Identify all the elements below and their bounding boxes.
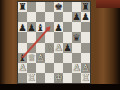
chess-piece-black-bishop-a3[interactable]: ♝ bbox=[18, 52, 27, 62]
chess-piece-black-queen-g5[interactable]: ♛ bbox=[72, 32, 81, 42]
board-square-b4[interactable] bbox=[27, 43, 36, 53]
chess-piece-black-pawn-e6[interactable]: ♟ bbox=[54, 22, 63, 32]
board-square-h6[interactable] bbox=[81, 22, 90, 32]
board-square-d4[interactable]: ♘ bbox=[45, 43, 54, 53]
board-square-e4[interactable]: ♙ bbox=[54, 43, 63, 53]
board-square-b2[interactable] bbox=[27, 63, 36, 73]
board-square-c4[interactable] bbox=[36, 43, 45, 53]
board-square-b3[interactable]: ♕ bbox=[27, 53, 36, 63]
board-square-f7[interactable] bbox=[63, 12, 72, 22]
board-square-e3[interactable] bbox=[54, 53, 63, 63]
board-square-c6[interactable]: ♝ bbox=[36, 22, 45, 32]
board-square-e1[interactable]: ♔ bbox=[54, 73, 63, 83]
board-square-f5[interactable] bbox=[63, 32, 72, 42]
chess-piece-white-pawn-a2[interactable]: ♙ bbox=[18, 63, 27, 73]
board-square-c7[interactable] bbox=[36, 12, 45, 22]
board-square-b1[interactable]: ♖ bbox=[27, 73, 36, 83]
board-square-c2[interactable] bbox=[36, 63, 45, 73]
chess-piece-white-rook-h1[interactable]: ♖ bbox=[81, 73, 90, 83]
chess-piece-white-queen-b3[interactable]: ♕ bbox=[27, 52, 36, 62]
chess-piece-black-pawn-g7[interactable]: ♟ bbox=[72, 12, 81, 22]
board-square-h2[interactable]: ♙ bbox=[81, 63, 90, 73]
chess-piece-black-king-e8[interactable]: ♚ bbox=[54, 2, 63, 12]
board-square-c8[interactable] bbox=[36, 2, 45, 12]
board-square-f1[interactable] bbox=[63, 73, 72, 83]
board-square-f8[interactable] bbox=[63, 2, 72, 12]
board-square-a7[interactable] bbox=[18, 12, 27, 22]
board-square-a6[interactable]: ♟ bbox=[18, 22, 27, 32]
board-square-d1[interactable] bbox=[45, 73, 54, 83]
board-square-e5[interactable] bbox=[54, 32, 63, 42]
board-square-h5[interactable] bbox=[81, 32, 90, 42]
chess-piece-white-pawn-e4[interactable]: ♙ bbox=[54, 42, 63, 52]
chess-piece-black-pawn-h7[interactable]: ♟ bbox=[81, 12, 90, 22]
board-square-e7[interactable] bbox=[54, 12, 63, 22]
board-square-g1[interactable] bbox=[72, 73, 81, 83]
board-square-h7[interactable]: ♟ bbox=[81, 12, 90, 22]
background-object bbox=[96, 0, 120, 8]
chess-piece-black-pawn-b6[interactable]: ♟ bbox=[27, 22, 36, 32]
board-square-f6[interactable] bbox=[63, 22, 72, 32]
chess-piece-black-rook-h8[interactable]: ♜ bbox=[81, 2, 90, 12]
board-square-e2[interactable] bbox=[54, 63, 63, 73]
board-square-g8[interactable] bbox=[72, 2, 81, 12]
board-square-e6[interactable]: ♟ bbox=[54, 22, 63, 32]
chess-piece-white-pawn-c3[interactable]: ♙ bbox=[36, 52, 45, 62]
letterbox-bar bbox=[0, 84, 120, 90]
chess-piece-white-pawn-g2[interactable]: ♙ bbox=[72, 63, 81, 73]
board-square-h3[interactable] bbox=[81, 53, 90, 63]
board-square-g3[interactable] bbox=[72, 53, 81, 63]
board-square-g6[interactable] bbox=[72, 22, 81, 32]
board-square-g5[interactable]: ♛ bbox=[72, 32, 81, 42]
board-square-d6[interactable] bbox=[45, 22, 54, 32]
board-square-d3[interactable] bbox=[45, 53, 54, 63]
board-square-c5[interactable] bbox=[36, 32, 45, 42]
chess-piece-white-king-e1[interactable]: ♔ bbox=[54, 73, 63, 83]
board-square-b5[interactable] bbox=[27, 32, 36, 42]
chess-piece-black-pawn-f4[interactable]: ♟ bbox=[63, 42, 72, 52]
board-square-f3[interactable] bbox=[63, 53, 72, 63]
chess-piece-black-rook-a8[interactable]: ♜ bbox=[18, 2, 27, 12]
board-square-a2[interactable]: ♙ bbox=[18, 63, 27, 73]
board-square-a8[interactable]: ♜ bbox=[18, 2, 27, 12]
board-square-g4[interactable] bbox=[72, 43, 81, 53]
board-square-b8[interactable] bbox=[27, 2, 36, 12]
board-square-f2[interactable] bbox=[63, 63, 72, 73]
video-frame: ♜♚♜♟♟♟♟♝♟♛♘♙♟♝♕♙♙♙♙♖♔♖ bbox=[0, 0, 120, 90]
board-square-a1[interactable] bbox=[18, 73, 27, 83]
chess-piece-black-bishop-c6[interactable]: ♝ bbox=[36, 22, 45, 32]
board-square-g2[interactable]: ♙ bbox=[72, 63, 81, 73]
board-square-d2[interactable] bbox=[45, 63, 54, 73]
board-square-g7[interactable]: ♟ bbox=[72, 12, 81, 22]
board-square-f4[interactable]: ♟ bbox=[63, 43, 72, 53]
chess-piece-black-pawn-a6[interactable]: ♟ bbox=[18, 22, 27, 32]
board-square-h1[interactable]: ♖ bbox=[81, 73, 90, 83]
board-square-d7[interactable] bbox=[45, 12, 54, 22]
board-square-h8[interactable]: ♜ bbox=[81, 2, 90, 12]
chessboard[interactable]: ♜♚♜♟♟♟♟♝♟♛♘♙♟♝♕♙♙♙♙♖♔♖ bbox=[18, 2, 90, 83]
board-square-c1[interactable] bbox=[36, 73, 45, 83]
board-square-h4[interactable] bbox=[81, 43, 90, 53]
board-square-b7[interactable] bbox=[27, 12, 36, 22]
board-square-d8[interactable] bbox=[45, 2, 54, 12]
chess-piece-white-knight-d4[interactable]: ♘ bbox=[45, 42, 54, 52]
board-square-a4[interactable] bbox=[18, 43, 27, 53]
board-square-d5[interactable] bbox=[45, 32, 54, 42]
chess-piece-white-rook-b1[interactable]: ♖ bbox=[27, 73, 36, 83]
board-square-c3[interactable]: ♙ bbox=[36, 53, 45, 63]
board-square-a5[interactable] bbox=[18, 32, 27, 42]
chess-piece-white-pawn-h2[interactable]: ♙ bbox=[81, 63, 90, 73]
board-square-a3[interactable]: ♝ bbox=[18, 53, 27, 63]
board-square-e8[interactable]: ♚ bbox=[54, 2, 63, 12]
board-square-b6[interactable]: ♟ bbox=[27, 22, 36, 32]
